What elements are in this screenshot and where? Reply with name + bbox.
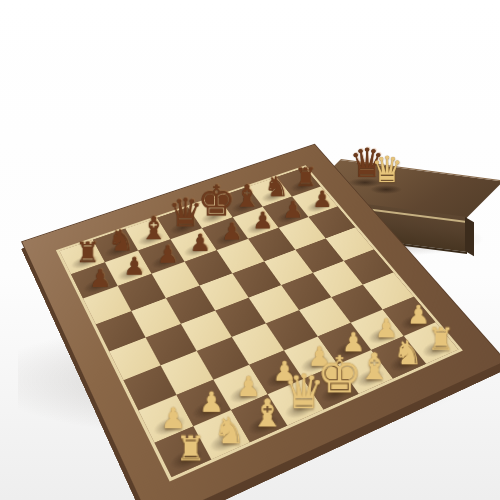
piece-white-bishop: ♝ xyxy=(250,394,285,433)
box-right-side xyxy=(465,217,474,256)
piece-black-pawn: ♟ xyxy=(123,254,145,278)
chess-set-photo-scene: ♛ ♛ ♜♞♝♛♚♝♞♜♟♟♟♟♟♟♟♟♟♟♟♟♟♟♟♟♜♞♝♛♚♝♞♜ xyxy=(0,0,500,500)
piece-black-bishop: ♝ xyxy=(139,212,168,244)
piece-white-rook: ♜ xyxy=(175,432,206,466)
piece-white-knight: ♞ xyxy=(213,413,245,449)
square-a6 xyxy=(83,286,131,324)
piece-black-pawn: ♟ xyxy=(88,266,110,291)
square-h5 xyxy=(326,227,374,261)
piece-black-pawn: ♟ xyxy=(156,243,178,267)
piece-black-knight: ♞ xyxy=(107,226,134,256)
piece-black-rook: ♜ xyxy=(75,239,100,267)
piece-white-knight: ♞ xyxy=(393,337,423,370)
piece-black-pawn: ♟ xyxy=(221,220,242,244)
piece-black-queen: ♛ xyxy=(167,194,202,233)
piece-black-pawn: ♟ xyxy=(252,209,273,232)
piece-black-pawn: ♟ xyxy=(189,231,210,255)
piece-white-rook: ♜ xyxy=(427,325,455,356)
piece-black-pawn: ♟ xyxy=(312,188,332,211)
spare-light-queen-icon: ♛ xyxy=(371,152,403,188)
piece-black-pawn: ♟ xyxy=(282,199,303,222)
piece-white-queen: ♛ xyxy=(282,369,324,416)
